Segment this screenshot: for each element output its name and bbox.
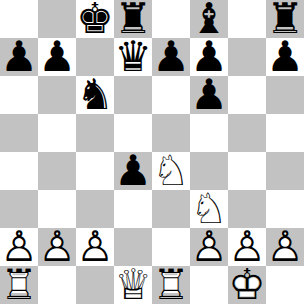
black-knight[interactable]: ♞ — [76, 76, 114, 114]
black-pawn-glyph: ♟ — [190, 76, 228, 114]
square-h6[interactable] — [266, 76, 304, 114]
square-c1[interactable] — [76, 266, 114, 304]
white-pawn[interactable]: ♟♙ — [76, 228, 114, 266]
black-queen-glyph: ♛ — [114, 38, 152, 76]
black-pawn[interactable]: ♟ — [114, 152, 152, 190]
black-pawn-glyph: ♟ — [114, 152, 152, 190]
white-queen-outline: ♕ — [114, 266, 152, 304]
square-d4[interactable]: ♟ — [114, 152, 152, 190]
white-pawn[interactable]: ♟♙ — [38, 228, 76, 266]
square-h4[interactable] — [266, 152, 304, 190]
black-pawn[interactable]: ♟ — [0, 38, 38, 76]
black-pawn[interactable]: ♟ — [38, 38, 76, 76]
square-c4[interactable] — [76, 152, 114, 190]
square-d1[interactable]: ♛♕ — [114, 266, 152, 304]
square-g5[interactable] — [228, 114, 266, 152]
square-e4[interactable]: ♞♘ — [152, 152, 190, 190]
square-b2[interactable]: ♟♙ — [38, 228, 76, 266]
square-g8[interactable] — [228, 0, 266, 38]
square-d3[interactable] — [114, 190, 152, 228]
square-e7[interactable]: ♟ — [152, 38, 190, 76]
square-b5[interactable] — [38, 114, 76, 152]
square-b1[interactable] — [38, 266, 76, 304]
square-h7[interactable]: ♟ — [266, 38, 304, 76]
white-pawn[interactable]: ♟♙ — [266, 228, 304, 266]
square-a1[interactable]: ♜♖ — [0, 266, 38, 304]
square-h1[interactable] — [266, 266, 304, 304]
square-g6[interactable] — [228, 76, 266, 114]
square-g7[interactable] — [228, 38, 266, 76]
black-pawn-glyph: ♟ — [0, 38, 38, 76]
square-a5[interactable] — [0, 114, 38, 152]
square-a6[interactable] — [0, 76, 38, 114]
square-f5[interactable] — [190, 114, 228, 152]
black-pawn-glyph: ♟ — [38, 38, 76, 76]
black-pawn[interactable]: ♟ — [266, 38, 304, 76]
white-pawn-outline: ♙ — [76, 228, 114, 266]
square-h2[interactable]: ♟♙ — [266, 228, 304, 266]
white-queen[interactable]: ♛♕ — [114, 266, 152, 304]
square-c2[interactable]: ♟♙ — [76, 228, 114, 266]
white-pawn-outline: ♙ — [266, 228, 304, 266]
square-e1[interactable]: ♜♖ — [152, 266, 190, 304]
square-f1[interactable] — [190, 266, 228, 304]
square-b7[interactable]: ♟ — [38, 38, 76, 76]
square-c8[interactable]: ♚ — [76, 0, 114, 38]
white-knight-outline: ♘ — [152, 152, 190, 190]
white-rook[interactable]: ♜♖ — [0, 266, 38, 304]
square-d7[interactable]: ♛ — [114, 38, 152, 76]
white-king[interactable]: ♚♔ — [228, 266, 266, 304]
square-h5[interactable] — [266, 114, 304, 152]
white-pawn-outline: ♙ — [38, 228, 76, 266]
white-pawn[interactable]: ♟♙ — [190, 228, 228, 266]
square-f6[interactable]: ♟ — [190, 76, 228, 114]
black-pawn-glyph: ♟ — [152, 38, 190, 76]
black-queen[interactable]: ♛ — [114, 38, 152, 76]
white-pawn-outline: ♙ — [190, 228, 228, 266]
square-f2[interactable]: ♟♙ — [190, 228, 228, 266]
black-king-glyph: ♚ — [76, 0, 114, 38]
black-pawn[interactable]: ♟ — [190, 76, 228, 114]
square-a7[interactable]: ♟ — [0, 38, 38, 76]
chess-board: ♚♜♝♜♟♟♛♟♟♟♞♟♟♞♘♞♘♟♙♟♙♟♙♟♙♟♙♟♙♜♖♛♕♜♖♚♔ — [0, 0, 304, 304]
square-g1[interactable]: ♚♔ — [228, 266, 266, 304]
white-rook-outline: ♖ — [0, 266, 38, 304]
square-c5[interactable] — [76, 114, 114, 152]
square-d6[interactable] — [114, 76, 152, 114]
square-g4[interactable] — [228, 152, 266, 190]
black-king[interactable]: ♚ — [76, 0, 114, 38]
square-e3[interactable] — [152, 190, 190, 228]
white-rook-outline: ♖ — [152, 266, 190, 304]
white-king-outline: ♔ — [228, 266, 266, 304]
black-knight-glyph: ♞ — [76, 76, 114, 114]
square-b4[interactable] — [38, 152, 76, 190]
square-c6[interactable]: ♞ — [76, 76, 114, 114]
white-rook[interactable]: ♜♖ — [152, 266, 190, 304]
square-b6[interactable] — [38, 76, 76, 114]
square-e6[interactable] — [152, 76, 190, 114]
black-pawn-glyph: ♟ — [266, 38, 304, 76]
white-knight[interactable]: ♞♘ — [152, 152, 190, 190]
black-pawn[interactable]: ♟ — [152, 38, 190, 76]
square-a4[interactable] — [0, 152, 38, 190]
